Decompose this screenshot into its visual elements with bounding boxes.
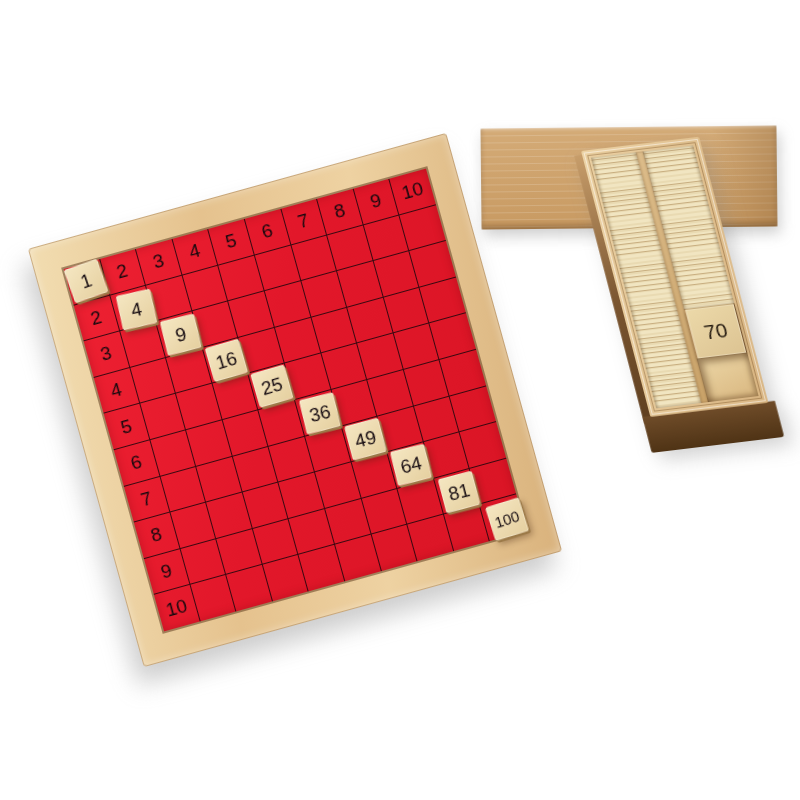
tile-label: 9: [173, 323, 188, 347]
product-photo: 23456789102345678910 149162536496481100 …: [0, 0, 800, 800]
square-tile-100[interactable]: 100: [486, 497, 530, 541]
board-surface: 23456789102345678910 149162536496481100: [64, 169, 527, 632]
square-tile-16[interactable]: 16: [204, 338, 247, 381]
tile-layer: 149162536496481100: [64, 169, 527, 632]
square-tile-25[interactable]: 25: [251, 365, 294, 408]
square-tile-9[interactable]: 9: [160, 314, 202, 356]
square-tile-36[interactable]: 36: [299, 392, 341, 434]
square-tile-1[interactable]: 1: [64, 259, 109, 304]
spare-tile-label: 70: [702, 319, 730, 344]
tile-label: 4: [129, 297, 144, 321]
spare-tile-70[interactable]: 70: [685, 304, 746, 359]
tile-label: 1: [77, 269, 94, 293]
square-tile-64[interactable]: 64: [390, 444, 432, 486]
square-tile-81[interactable]: 81: [437, 471, 480, 514]
tile-label: 16: [213, 347, 240, 374]
box-floor: [697, 353, 759, 402]
tile-label: 49: [352, 426, 378, 453]
tile-label: 81: [446, 479, 472, 506]
tile-label: 36: [307, 400, 333, 426]
square-tile-49[interactable]: 49: [344, 417, 387, 460]
square-tile-4[interactable]: 4: [115, 288, 157, 330]
tile-label: 64: [398, 452, 424, 478]
tile-label: 100: [493, 508, 522, 532]
tile-label: 25: [259, 373, 286, 400]
